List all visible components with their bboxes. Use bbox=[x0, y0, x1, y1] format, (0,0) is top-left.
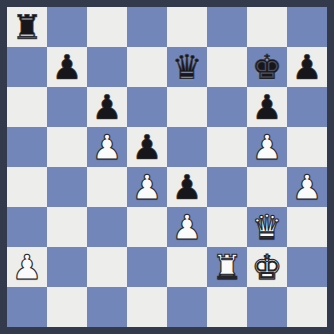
square-e5[interactable] bbox=[167, 127, 207, 167]
white-rook-f2[interactable]: ♜ bbox=[212, 247, 242, 287]
square-c1[interactable] bbox=[87, 287, 127, 327]
square-h5[interactable] bbox=[287, 127, 327, 167]
white-pawn-e3[interactable]: ♟ bbox=[172, 207, 202, 247]
square-c8[interactable] bbox=[87, 7, 127, 47]
square-b6[interactable] bbox=[47, 87, 87, 127]
black-pawn-b7[interactable]: ♟ bbox=[52, 47, 82, 87]
square-g4[interactable] bbox=[247, 167, 287, 207]
square-h2[interactable] bbox=[287, 247, 327, 287]
square-d3[interactable] bbox=[127, 207, 167, 247]
square-f6[interactable] bbox=[207, 87, 247, 127]
white-pawn-a2[interactable]: ♟ bbox=[12, 247, 42, 287]
square-d7[interactable] bbox=[127, 47, 167, 87]
chess-board: ♜♟♛♚♟♟♟♟♟♟♟♟♟♟♛♟♜♚ bbox=[7, 7, 327, 327]
black-pawn-d5[interactable]: ♟ bbox=[132, 127, 162, 167]
square-b2[interactable] bbox=[47, 247, 87, 287]
square-b3[interactable] bbox=[47, 207, 87, 247]
square-a3[interactable] bbox=[7, 207, 47, 247]
square-g1[interactable] bbox=[247, 287, 287, 327]
square-g3[interactable]: ♛ bbox=[247, 207, 287, 247]
square-d4[interactable]: ♟ bbox=[127, 167, 167, 207]
black-pawn-g6[interactable]: ♟ bbox=[252, 87, 282, 127]
square-f8[interactable] bbox=[207, 7, 247, 47]
square-h1[interactable] bbox=[287, 287, 327, 327]
square-d2[interactable] bbox=[127, 247, 167, 287]
black-rook-a8[interactable]: ♜ bbox=[12, 7, 42, 47]
square-e6[interactable] bbox=[167, 87, 207, 127]
square-h4[interactable]: ♟ bbox=[287, 167, 327, 207]
square-b4[interactable] bbox=[47, 167, 87, 207]
square-e1[interactable] bbox=[167, 287, 207, 327]
board-frame: ♜♟♛♚♟♟♟♟♟♟♟♟♟♟♛♟♜♚ bbox=[0, 0, 334, 334]
square-a2[interactable]: ♟ bbox=[7, 247, 47, 287]
square-f7[interactable] bbox=[207, 47, 247, 87]
white-king-g2[interactable]: ♚ bbox=[252, 247, 282, 287]
white-pawn-g5[interactable]: ♟ bbox=[252, 127, 282, 167]
square-b8[interactable] bbox=[47, 7, 87, 47]
black-pawn-h7[interactable]: ♟ bbox=[292, 47, 322, 87]
black-pawn-e4[interactable]: ♟ bbox=[172, 167, 202, 207]
square-b1[interactable] bbox=[47, 287, 87, 327]
square-g6[interactable]: ♟ bbox=[247, 87, 287, 127]
square-g7[interactable]: ♚ bbox=[247, 47, 287, 87]
white-pawn-d4[interactable]: ♟ bbox=[132, 167, 162, 207]
square-d6[interactable] bbox=[127, 87, 167, 127]
square-f3[interactable] bbox=[207, 207, 247, 247]
square-d8[interactable] bbox=[127, 7, 167, 47]
square-g2[interactable]: ♚ bbox=[247, 247, 287, 287]
square-h3[interactable] bbox=[287, 207, 327, 247]
square-e7[interactable]: ♛ bbox=[167, 47, 207, 87]
square-c2[interactable] bbox=[87, 247, 127, 287]
square-a1[interactable] bbox=[7, 287, 47, 327]
black-pawn-c6[interactable]: ♟ bbox=[92, 87, 122, 127]
square-h7[interactable]: ♟ bbox=[287, 47, 327, 87]
white-queen-g3[interactable]: ♛ bbox=[252, 207, 282, 247]
square-a4[interactable] bbox=[7, 167, 47, 207]
square-e8[interactable] bbox=[167, 7, 207, 47]
square-f4[interactable] bbox=[207, 167, 247, 207]
square-a7[interactable] bbox=[7, 47, 47, 87]
square-f1[interactable] bbox=[207, 287, 247, 327]
square-f5[interactable] bbox=[207, 127, 247, 167]
square-g8[interactable] bbox=[247, 7, 287, 47]
white-pawn-h4[interactable]: ♟ bbox=[292, 167, 322, 207]
square-a8[interactable]: ♜ bbox=[7, 7, 47, 47]
square-d1[interactable] bbox=[127, 287, 167, 327]
square-a6[interactable] bbox=[7, 87, 47, 127]
square-c4[interactable] bbox=[87, 167, 127, 207]
square-e2[interactable] bbox=[167, 247, 207, 287]
square-b7[interactable]: ♟ bbox=[47, 47, 87, 87]
black-king-g7[interactable]: ♚ bbox=[252, 47, 282, 87]
square-e3[interactable]: ♟ bbox=[167, 207, 207, 247]
square-h6[interactable] bbox=[287, 87, 327, 127]
square-c3[interactable] bbox=[87, 207, 127, 247]
square-c5[interactable]: ♟ bbox=[87, 127, 127, 167]
square-b5[interactable] bbox=[47, 127, 87, 167]
square-c7[interactable] bbox=[87, 47, 127, 87]
square-h8[interactable] bbox=[287, 7, 327, 47]
white-pawn-c5[interactable]: ♟ bbox=[92, 127, 122, 167]
square-a5[interactable] bbox=[7, 127, 47, 167]
square-f2[interactable]: ♜ bbox=[207, 247, 247, 287]
square-d5[interactable]: ♟ bbox=[127, 127, 167, 167]
black-queen-e7[interactable]: ♛ bbox=[172, 47, 202, 87]
square-c6[interactable]: ♟ bbox=[87, 87, 127, 127]
square-g5[interactable]: ♟ bbox=[247, 127, 287, 167]
square-e4[interactable]: ♟ bbox=[167, 167, 207, 207]
